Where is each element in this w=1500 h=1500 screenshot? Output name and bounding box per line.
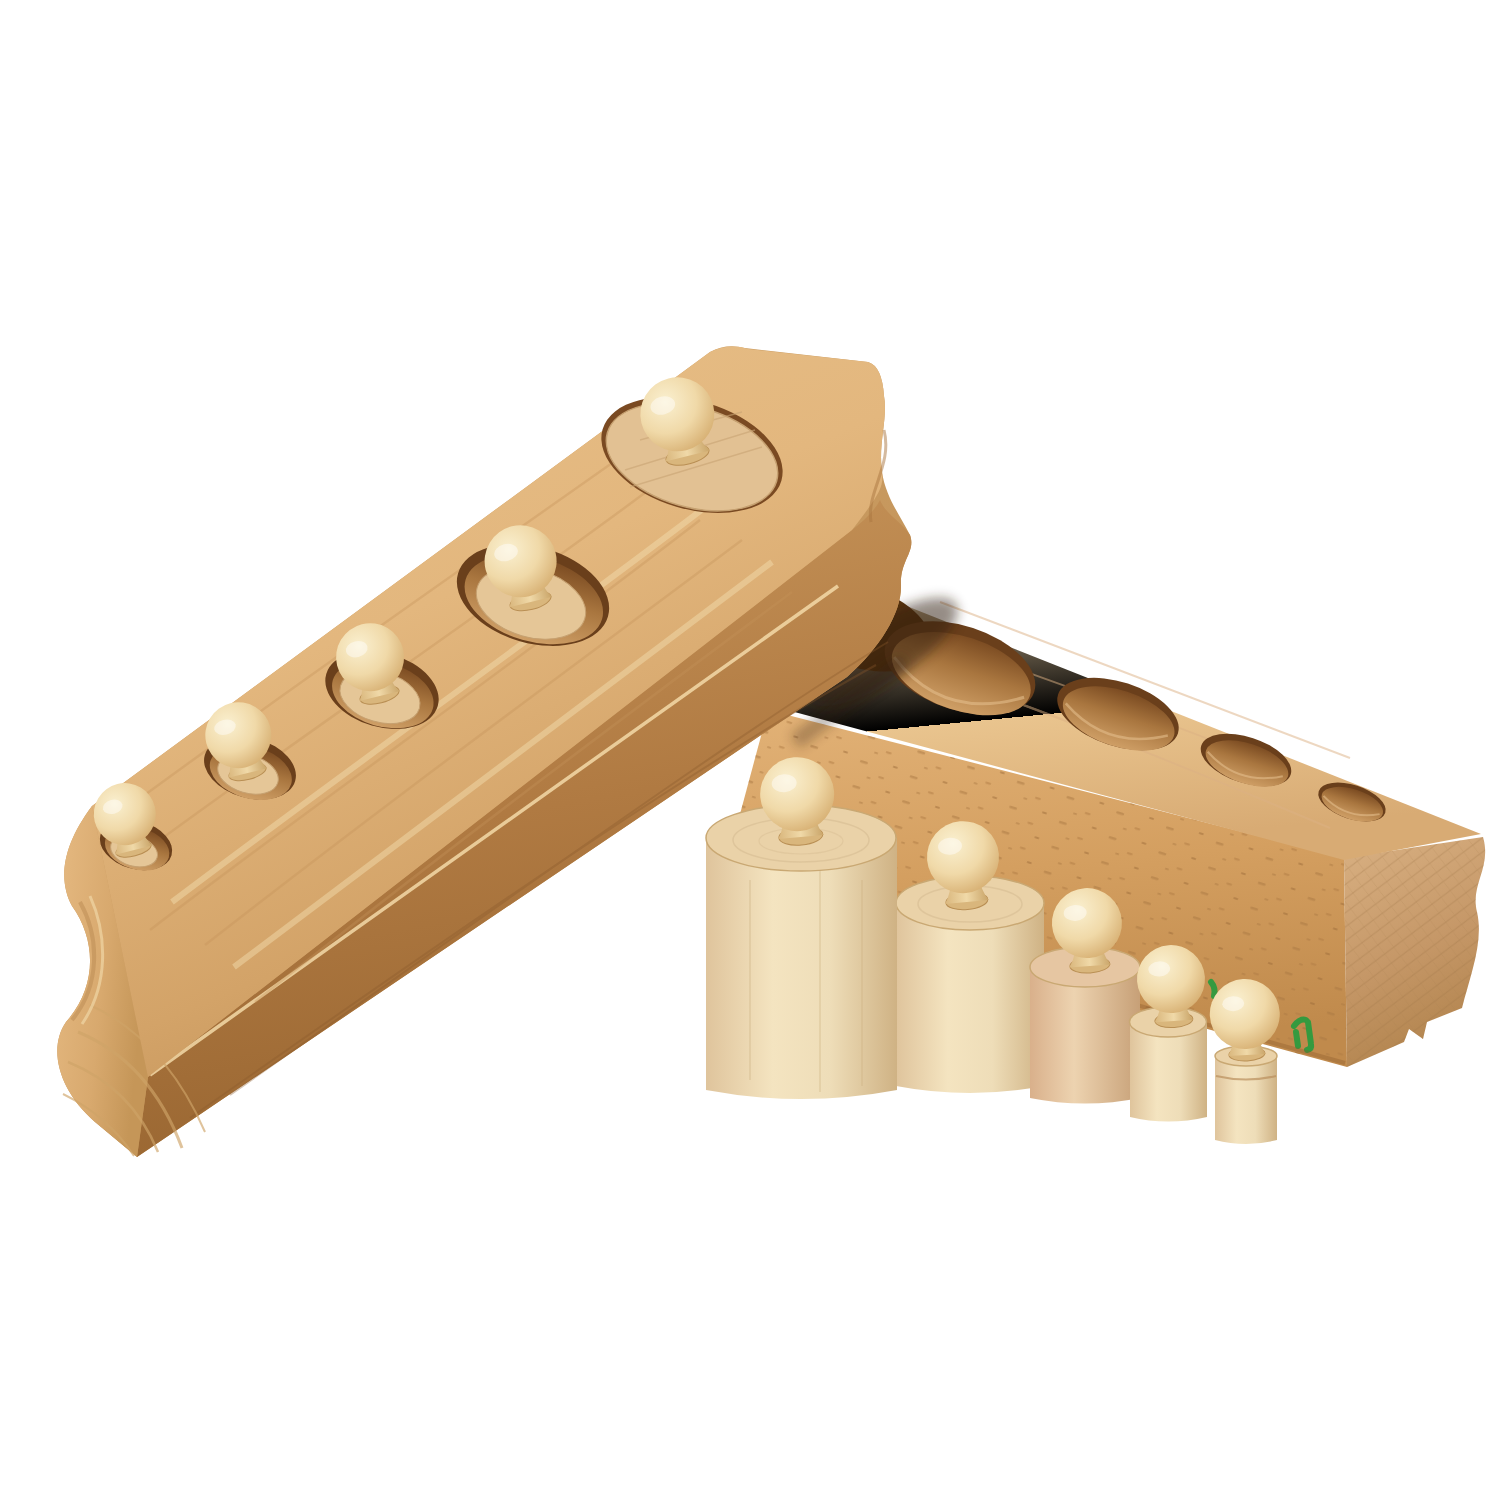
product-photo-montessori-cylinder-blocks xyxy=(0,0,1500,1500)
cylinder-body xyxy=(896,903,1044,1093)
loose-cylinder-smallest xyxy=(1208,977,1282,1144)
photo-canvas xyxy=(0,0,1500,1500)
cylinder-body xyxy=(706,838,897,1099)
cylinder-body xyxy=(1215,1056,1277,1144)
loose-cylinder-2nd-smallest xyxy=(1130,943,1209,1122)
